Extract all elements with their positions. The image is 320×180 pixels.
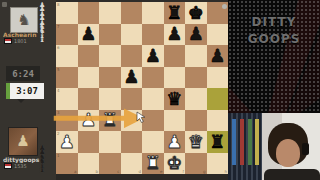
square-e8[interactable] <box>142 2 164 24</box>
board-bottom-strip <box>56 174 228 180</box>
square-c6[interactable] <box>99 45 121 67</box>
square-d6[interactable] <box>121 45 143 67</box>
square-g8[interactable]: ♚ <box>185 2 207 24</box>
piece-black-p[interactable]: ♟ <box>166 25 182 43</box>
square-e4[interactable] <box>142 88 164 110</box>
captured-black-b-icon: ♝ <box>39 168 45 172</box>
piece-black-r[interactable]: ♜ <box>166 4 182 22</box>
stream-banner: DITTY GOOPS <box>228 0 320 113</box>
player-flag-icon <box>4 163 12 169</box>
square-c3[interactable]: ♜ <box>99 110 121 132</box>
square-c7[interactable] <box>99 24 121 46</box>
piece-black-k[interactable]: ♚ <box>188 4 204 22</box>
square-c4[interactable] <box>99 88 121 110</box>
square-b5[interactable] <box>78 67 100 89</box>
square-b4[interactable] <box>78 88 100 110</box>
black-clock: 6:24 <box>6 66 40 81</box>
square-h1[interactable]: h <box>207 153 229 175</box>
knight-sketch-icon: ♞ <box>17 13 30 28</box>
piece-black-q[interactable]: ♛ <box>166 90 182 108</box>
piece-white-p[interactable]: ♟ <box>166 133 182 151</box>
rank-label: 7 <box>57 24 60 29</box>
board-menu-icon[interactable] <box>222 4 227 9</box>
square-g3[interactable] <box>185 110 207 132</box>
webcam-poster <box>232 119 236 165</box>
window-icon[interactable] <box>2 2 7 7</box>
rank-label: 5 <box>57 67 60 72</box>
square-g7[interactable]: ♟ <box>185 24 207 46</box>
banner-line2: GOOPS <box>228 31 320 48</box>
piece-black-p[interactable]: ♟ <box>209 47 225 65</box>
square-c8[interactable] <box>99 2 121 24</box>
player-name[interactable]: dittygoops <box>3 156 53 163</box>
player-rating-row: 1535 <box>4 163 27 169</box>
webcam-person-face <box>276 139 300 167</box>
webcam-poster <box>255 119 259 165</box>
square-a1[interactable]: 1a <box>56 153 78 175</box>
square-a3[interactable]: 3 <box>56 110 78 132</box>
captured-white-b-icon: ♝ <box>39 38 45 42</box>
square-h4[interactable] <box>207 88 229 110</box>
square-f1[interactable]: f♚ <box>164 153 186 175</box>
piece-black-p[interactable]: ♟ <box>145 47 161 65</box>
square-d3[interactable] <box>121 110 143 132</box>
active-clock-pointer <box>17 99 25 103</box>
stream-frame: ♞ Aschearin 1801 ♟♟♟♟♟♞♞♝♝ 6:24 3:07 ♟ d… <box>0 0 320 180</box>
square-e6[interactable]: ♟ <box>142 45 164 67</box>
piece-black-p[interactable]: ♟ <box>188 25 204 43</box>
square-a5[interactable]: 5 <box>56 67 78 89</box>
square-c1[interactable]: c <box>99 153 121 175</box>
square-a6[interactable]: 6 <box>56 45 78 67</box>
rank-label: 2 <box>57 131 60 136</box>
square-e2[interactable] <box>142 131 164 153</box>
square-d8[interactable] <box>121 2 143 24</box>
square-b8[interactable] <box>78 2 100 24</box>
square-b2[interactable] <box>78 131 100 153</box>
piece-white-r[interactable]: ♜ <box>145 154 161 172</box>
square-g1[interactable]: g <box>185 153 207 175</box>
square-e3[interactable] <box>142 110 164 132</box>
square-h7[interactable] <box>207 24 229 46</box>
opponent-rating: 1801 <box>14 38 27 44</box>
rank-label: 4 <box>57 88 60 93</box>
piece-white-p[interactable]: ♟ <box>59 133 75 151</box>
square-e7[interactable] <box>142 24 164 46</box>
piece-white-q[interactable]: ♛ <box>188 133 204 151</box>
rank-label: 1 <box>57 153 60 158</box>
square-a2[interactable]: 2♟ <box>56 131 78 153</box>
square-h3[interactable] <box>207 110 229 132</box>
piece-white-k[interactable]: ♚ <box>166 154 182 172</box>
square-f8[interactable]: ♜ <box>164 2 186 24</box>
square-f3[interactable] <box>164 110 186 132</box>
square-a7[interactable]: 7 <box>56 24 78 46</box>
opponent-name[interactable]: Aschearin <box>3 31 53 38</box>
opponent-rating-row: 1801 <box>4 38 27 44</box>
chess-board[interactable]: 8♜♚7♟♟♟6♟♟5♟4♛3♟♜2♟♟♛♜1abcde♜f♚gh <box>56 2 228 174</box>
webcam-headphones <box>302 143 309 155</box>
square-b6[interactable] <box>78 45 100 67</box>
square-g4[interactable] <box>185 88 207 110</box>
opponent-flag-icon <box>4 38 12 44</box>
square-c2[interactable] <box>99 131 121 153</box>
square-d1[interactable]: d <box>121 153 143 175</box>
square-a8[interactable]: 8 <box>56 2 78 24</box>
rank-label: 3 <box>57 110 60 115</box>
piece-white-r[interactable]: ♜ <box>102 111 118 129</box>
player-rating: 1535 <box>14 163 27 169</box>
square-g2[interactable]: ♛ <box>185 131 207 153</box>
square-d4[interactable] <box>121 88 143 110</box>
square-d7[interactable] <box>121 24 143 46</box>
piece-white-p[interactable]: ♟ <box>80 111 96 129</box>
piece-black-p[interactable]: ♟ <box>123 68 139 86</box>
square-g6[interactable] <box>185 45 207 67</box>
square-e1[interactable]: e♜ <box>142 153 164 175</box>
pawn-photo-icon: ♟ <box>16 134 29 149</box>
webcam-poster <box>240 119 244 165</box>
webcam-poster <box>248 119 252 165</box>
square-h6[interactable]: ♟ <box>207 45 229 67</box>
square-b3[interactable]: ♟ <box>78 110 100 132</box>
opponent-avatar[interactable]: ♞ <box>10 7 38 33</box>
captured-by-black-tray: ♟♟♟♟♟♞♞♝♝ <box>39 3 45 43</box>
square-e5[interactable] <box>142 67 164 89</box>
square-g5[interactable] <box>185 67 207 89</box>
square-h5[interactable] <box>207 67 229 89</box>
rank-label: 6 <box>57 45 60 50</box>
banner-title: DITTY GOOPS <box>228 14 320 48</box>
square-f5[interactable] <box>164 67 186 89</box>
rank-label: 8 <box>57 2 60 7</box>
captured-by-white-tray: ♟♟♞♞♝♝ <box>39 146 45 172</box>
webcam-person-shirt <box>264 169 320 180</box>
game-sidebar: ♞ Aschearin 1801 ♟♟♟♟♟♞♞♝♝ 6:24 3:07 ♟ d… <box>0 0 56 180</box>
square-h2[interactable]: ♜ <box>207 131 229 153</box>
square-b7[interactable]: ♟ <box>78 24 100 46</box>
square-c5[interactable] <box>99 67 121 89</box>
piece-black-p[interactable]: ♟ <box>80 25 96 43</box>
square-a4[interactable]: 4 <box>56 88 78 110</box>
banner-line1: DITTY <box>228 14 320 31</box>
square-f2[interactable]: ♟ <box>164 131 186 153</box>
square-d5[interactable]: ♟ <box>121 67 143 89</box>
player-avatar[interactable]: ♟ <box>8 127 38 156</box>
square-b1[interactable]: b <box>78 153 100 175</box>
square-d2[interactable] <box>121 131 143 153</box>
piece-black-r[interactable]: ♜ <box>209 133 225 151</box>
webcam-feed <box>228 113 320 180</box>
square-f7[interactable]: ♟ <box>164 24 186 46</box>
square-f4[interactable]: ♛ <box>164 88 186 110</box>
square-f6[interactable] <box>164 45 186 67</box>
white-clock: 3:07 <box>6 83 44 99</box>
